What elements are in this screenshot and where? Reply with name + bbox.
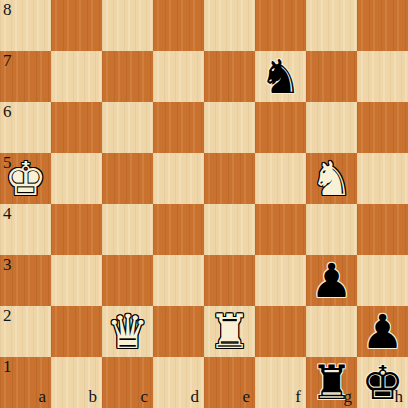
square-f6[interactable] — [255, 102, 306, 153]
square-e8[interactable] — [204, 0, 255, 51]
square-h8[interactable] — [357, 0, 408, 51]
square-b7[interactable] — [51, 51, 102, 102]
square-b4[interactable] — [51, 204, 102, 255]
square-c7[interactable] — [102, 51, 153, 102]
square-e6[interactable] — [204, 102, 255, 153]
white-knight[interactable]: ♞ — [306, 153, 357, 204]
black-knight[interactable]: ♞ — [255, 51, 306, 102]
square-d3[interactable] — [153, 255, 204, 306]
square-c1[interactable] — [102, 357, 153, 408]
square-e7[interactable] — [204, 51, 255, 102]
square-d4[interactable] — [153, 204, 204, 255]
square-b6[interactable] — [51, 102, 102, 153]
black-pawn[interactable]: ♟ — [306, 255, 357, 306]
square-h6[interactable] — [357, 102, 408, 153]
square-d6[interactable] — [153, 102, 204, 153]
square-d8[interactable] — [153, 0, 204, 51]
square-h4[interactable] — [357, 204, 408, 255]
square-c5[interactable] — [102, 153, 153, 204]
white-king[interactable]: ♚ — [0, 153, 51, 204]
square-g2[interactable] — [306, 306, 357, 357]
square-c4[interactable] — [102, 204, 153, 255]
square-d2[interactable] — [153, 306, 204, 357]
square-f5[interactable] — [255, 153, 306, 204]
square-d5[interactable] — [153, 153, 204, 204]
square-a1[interactable] — [0, 357, 51, 408]
square-c8[interactable] — [102, 0, 153, 51]
white-queen[interactable]: ♛ — [102, 306, 153, 357]
chess-board: ♞♚♞♟♛♜♟♜♚87654321abcdefgh — [0, 0, 408, 408]
square-d1[interactable] — [153, 357, 204, 408]
black-pawn[interactable]: ♟ — [357, 306, 408, 357]
square-b8[interactable] — [51, 0, 102, 51]
square-g4[interactable] — [306, 204, 357, 255]
square-f2[interactable] — [255, 306, 306, 357]
square-f3[interactable] — [255, 255, 306, 306]
square-b1[interactable] — [51, 357, 102, 408]
square-a8[interactable] — [0, 0, 51, 51]
square-h5[interactable] — [357, 153, 408, 204]
square-c3[interactable] — [102, 255, 153, 306]
square-g6[interactable] — [306, 102, 357, 153]
square-f1[interactable] — [255, 357, 306, 408]
square-f4[interactable] — [255, 204, 306, 255]
square-b5[interactable] — [51, 153, 102, 204]
square-f8[interactable] — [255, 0, 306, 51]
square-a2[interactable] — [0, 306, 51, 357]
square-a3[interactable] — [0, 255, 51, 306]
square-h7[interactable] — [357, 51, 408, 102]
black-king[interactable]: ♚ — [357, 357, 408, 408]
square-e4[interactable] — [204, 204, 255, 255]
square-a6[interactable] — [0, 102, 51, 153]
square-c6[interactable] — [102, 102, 153, 153]
square-e1[interactable] — [204, 357, 255, 408]
square-b2[interactable] — [51, 306, 102, 357]
square-a7[interactable] — [0, 51, 51, 102]
square-g8[interactable] — [306, 0, 357, 51]
square-h3[interactable] — [357, 255, 408, 306]
square-d7[interactable] — [153, 51, 204, 102]
square-e5[interactable] — [204, 153, 255, 204]
square-e3[interactable] — [204, 255, 255, 306]
square-a4[interactable] — [0, 204, 51, 255]
square-g7[interactable] — [306, 51, 357, 102]
white-rook[interactable]: ♜ — [204, 306, 255, 357]
square-b3[interactable] — [51, 255, 102, 306]
black-rook[interactable]: ♜ — [306, 357, 357, 408]
